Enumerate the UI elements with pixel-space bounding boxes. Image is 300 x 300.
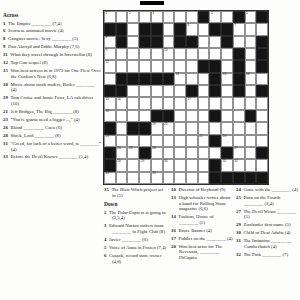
grid-cell[interactable]	[186, 73, 198, 85]
grid-cell[interactable]	[256, 110, 268, 122]
clue-text: Bruce Banner (4)	[177, 228, 212, 233]
cell-number: 27	[234, 147, 238, 151]
grid-cell[interactable]	[233, 36, 245, 48]
clue-item: 18 Movie about stock traders, Boiler ___…	[3, 82, 101, 93]
grid-cell[interactable]	[198, 172, 210, 184]
cell-number: 7	[234, 24, 236, 28]
clue-item: 33 Before the Devil Knows ________ (5,4)	[3, 154, 101, 160]
grid-cell[interactable]	[174, 172, 186, 184]
grid-cell[interactable]	[209, 147, 221, 159]
grid-cell[interactable]: 23	[221, 135, 233, 147]
black-cell	[163, 73, 175, 85]
grid-cell[interactable]	[245, 159, 257, 171]
grid-cell[interactable]	[163, 97, 175, 109]
clue-item: 28 Shrek, Lord ________ (8)	[3, 133, 101, 139]
clue-text: Edward Norton suffers from ________ in F…	[108, 223, 165, 234]
grid-cell[interactable]	[151, 60, 163, 72]
black-cell	[233, 172, 245, 184]
grid-cell[interactable]	[139, 135, 151, 147]
grid-cell[interactable]	[198, 48, 210, 60]
black-cell	[233, 85, 245, 97]
black-cell	[221, 23, 233, 35]
grid-cell[interactable]	[174, 135, 186, 147]
black-cell	[151, 23, 163, 35]
crossword-page: 1234567891011121314151617181920212223242…	[0, 0, 300, 300]
clue-item: 19 Tom Cruise and Jamie Foxx, LA cab dri…	[3, 95, 101, 106]
grid-cell[interactable]	[151, 48, 163, 60]
grid-cell[interactable]	[245, 60, 257, 72]
grid-cell[interactable]: 35	[151, 172, 163, 184]
grid-cell[interactable]	[221, 97, 233, 109]
grid-cell[interactable]: 33	[104, 172, 116, 184]
clue-text: "You're gonna need a bigger ...," (4)	[9, 117, 79, 122]
grid-cell[interactable]	[198, 97, 210, 109]
clue-text: Dan Akroyd and Eddie Murphy (7,6)	[7, 44, 79, 49]
clue-item: 4 Javier ________ (6)	[104, 237, 168, 243]
cell-number: 11	[106, 61, 109, 65]
grid-cell[interactable]: 21	[104, 135, 116, 147]
black-cell	[233, 11, 245, 23]
cell-number: 1	[106, 12, 108, 16]
grid-cell[interactable]	[139, 110, 151, 122]
clue-item: 31 The Imitation ________, Cumberbatch (…	[236, 238, 298, 249]
black-cell	[245, 172, 257, 184]
grid-cell[interactable]: 20	[163, 122, 175, 134]
cell-number: 17	[188, 98, 192, 102]
grid-cell[interactable]	[221, 85, 233, 97]
clue-text: Javier ________ (6)	[108, 237, 148, 242]
grid-cell[interactable]	[139, 60, 151, 72]
cell-number: 9	[106, 49, 108, 53]
down-clue-list-3: 24 Gone with the ________ (4)25 Born on …	[236, 187, 298, 257]
clue-text: Shrek, Lord ________ (8)	[9, 133, 60, 138]
black-cell	[104, 23, 116, 35]
grid-cell[interactable]: 11	[104, 60, 116, 72]
clue-item: 3 Edward Norton suffers from ________ in…	[104, 223, 168, 234]
grid-cell[interactable]	[127, 60, 139, 72]
grid-cell[interactable]	[256, 23, 268, 35]
grid-cell[interactable]	[174, 11, 186, 23]
clue-column-two: 35 The Blair Witch project set in (5) Do…	[104, 187, 168, 267]
grid-cell[interactable]	[174, 85, 186, 97]
grid-cell[interactable]	[174, 147, 186, 159]
black-cell	[127, 122, 139, 134]
black-cell	[209, 73, 221, 85]
clue-item: 8 Gangster movie; Sexy ________ (5)	[3, 36, 101, 42]
clue-text: Zoolander first name (5)	[242, 222, 290, 227]
clue-item: 12 Top Gun sequel (8)	[3, 60, 101, 66]
grid-cell[interactable]	[209, 36, 221, 48]
grid-cell[interactable]	[139, 85, 151, 97]
clue-item: 23 "You're gonna need a bigger ...," (4)	[3, 117, 101, 123]
cell-number: 31	[223, 160, 227, 164]
cell-number: 14	[246, 73, 250, 77]
black-cell	[116, 73, 128, 85]
grid-cell[interactable]	[151, 97, 163, 109]
black-cell	[139, 73, 151, 85]
cell-number: 28	[117, 160, 121, 164]
cell-number: 10	[164, 49, 168, 53]
grid-cell[interactable]	[221, 110, 233, 122]
grid-cell[interactable]	[209, 122, 221, 134]
grid-cell[interactable]	[209, 97, 221, 109]
grid-cell[interactable]: 13	[221, 73, 233, 85]
grid-cell[interactable]: 24	[116, 147, 128, 159]
grid-cell[interactable]: 30	[163, 159, 175, 171]
grid-cell[interactable]	[116, 122, 128, 134]
clue-item: 6 Scorsese animated movie (4)	[3, 28, 101, 34]
grid-cell[interactable]	[163, 147, 175, 159]
clue-text: Fashion, House of ________ (5)	[177, 214, 213, 225]
grid-cell[interactable]: 19	[151, 122, 163, 134]
clue-text: The Polar Express is going to (3,5,4)	[108, 210, 166, 221]
clue-text: Child of Deaf Adults (4)	[242, 230, 290, 235]
grid-cell[interactable]	[127, 110, 139, 122]
grid-cell[interactable]	[198, 159, 210, 171]
grid-cell[interactable]	[221, 122, 233, 134]
grid-cell[interactable]	[127, 23, 139, 35]
down-header: Down	[104, 201, 168, 207]
black-cell	[209, 159, 221, 171]
grid-cell[interactable]	[198, 85, 210, 97]
grid-cell[interactable]: 9	[104, 48, 116, 60]
grid-cell[interactable]	[174, 48, 186, 60]
clue-item: 1 The Empire ________ (7,4)	[3, 21, 101, 27]
cell-number: 16	[117, 98, 121, 102]
black-cell	[174, 23, 186, 35]
across-clues-column: Across 1 The Empire ________ (7,4)6 Scor…	[3, 12, 101, 162]
grid-cell[interactable]	[198, 36, 210, 48]
grid-cell[interactable]: 10	[163, 48, 175, 60]
grid-cell[interactable]	[221, 11, 233, 23]
grid-cell[interactable]	[127, 135, 139, 147]
grid-cell[interactable]	[116, 60, 128, 72]
black-cell	[233, 60, 245, 72]
black-cell	[256, 147, 268, 159]
clue-item: 21 Jeff Bridges, The Big ________ (8)	[3, 109, 101, 115]
grid-cell[interactable]	[127, 172, 139, 184]
grid-cell[interactable]	[116, 110, 128, 122]
black-cell	[209, 60, 221, 72]
grid-cell[interactable]	[186, 110, 198, 122]
grid-cell[interactable]	[245, 147, 257, 159]
black-cell	[139, 36, 151, 48]
grid-cell[interactable]: 18	[104, 110, 116, 122]
cell-number: 35	[152, 172, 156, 176]
grid-cell[interactable]	[233, 110, 245, 122]
clue-text: The Blair Witch project set in (5)	[110, 187, 163, 198]
clue-text: Scorsese animated movie (4)	[7, 28, 64, 33]
clue-text: The Pink ________ (7)	[242, 252, 288, 257]
grid-cell[interactable]	[127, 48, 139, 60]
clue-item: 27 The Devil Wears ________ (5)	[236, 209, 298, 220]
clue-text: "Greed, for lack of a better word, is __…	[9, 141, 101, 152]
clue-text: The Empire ________ (7,4)	[7, 21, 62, 26]
clue-item: 17 Fiddler on the ________ (4)	[171, 236, 233, 242]
grid-cell[interactable]	[233, 97, 245, 109]
black-cell	[116, 36, 128, 48]
grid-cell[interactable]	[186, 147, 198, 159]
clue-text: Born on the Fourth ________ (2,4)	[242, 195, 280, 206]
grid-cell[interactable]	[256, 122, 268, 134]
grid-cell[interactable]	[163, 60, 175, 72]
cell-number: 25	[129, 147, 133, 151]
grid-cell[interactable]: 26	[151, 147, 163, 159]
clue-item: 16 Bruce Banner (4)	[171, 228, 233, 234]
grid-cell[interactable]	[116, 11, 128, 23]
grid-cell[interactable]	[174, 97, 186, 109]
black-cell	[151, 36, 163, 48]
grid-cell[interactable]: 12	[174, 73, 186, 85]
grid-cell[interactable]	[151, 135, 163, 147]
clue-item: 13 High schooler writes about a band for…	[171, 195, 233, 212]
black-cell	[139, 23, 151, 35]
clue-column-four: 24 Gone with the ________ (4)25 Born on …	[236, 187, 298, 260]
clue-item: 26 Blood ________, Coen (6)	[3, 125, 101, 131]
cell-number: 26	[152, 147, 156, 151]
grid-cell[interactable]	[198, 73, 210, 85]
black-cell	[104, 159, 116, 171]
grid-cell[interactable]	[116, 172, 128, 184]
black-cell	[256, 11, 268, 23]
cell-number: 32	[234, 160, 238, 164]
clue-text: Director of Boyhood (9)	[177, 187, 225, 192]
grid-cell[interactable]	[186, 159, 198, 171]
grid-cell[interactable]: 28	[116, 159, 128, 171]
grid-cell[interactable]	[245, 122, 257, 134]
grid-cell[interactable]: 5	[245, 11, 257, 23]
grid-cell[interactable]: 32	[233, 159, 245, 171]
grid-cell[interactable]	[127, 36, 139, 48]
cell-number: 4	[211, 12, 213, 16]
black-cell	[209, 172, 221, 184]
grid-cell[interactable]: 7	[233, 23, 245, 35]
grid-cell[interactable]	[186, 11, 198, 23]
grid-cell[interactable]: 25	[127, 147, 139, 159]
grid-cell[interactable]: 17	[186, 97, 198, 109]
grid-cell[interactable]	[198, 147, 210, 159]
grid-cell[interactable]: 1	[104, 11, 116, 23]
grid-cell[interactable]: 29	[139, 159, 151, 171]
clue-text: The Imitation ________, Cumberbatch (4)	[242, 238, 291, 249]
clue-item: 15 Won best actress in in 1975 for One F…	[3, 68, 101, 79]
grid-cell[interactable]	[151, 159, 163, 171]
clue-text: Gone with the ________ (4)	[242, 187, 298, 192]
cell-number: 24	[117, 147, 121, 151]
clue-item: 25 Born on the Fourth ________ (2,4)	[236, 195, 298, 206]
grid-cell[interactable]	[174, 60, 186, 72]
grid-cell[interactable]	[127, 97, 139, 109]
grid-cell[interactable]	[221, 48, 233, 60]
grid-cell[interactable]	[163, 11, 175, 23]
across-tail-list: 35 The Blair Witch project set in (5)	[104, 187, 168, 198]
black-cell	[221, 36, 233, 48]
grid-cell[interactable]	[256, 73, 268, 85]
clue-text: Fiddler on the ________ (4)	[177, 236, 232, 241]
cell-number: 30	[164, 160, 168, 164]
black-cell	[233, 48, 245, 60]
grid-cell[interactable]	[139, 11, 151, 23]
clue-text: The Devil Wears ________ (5)	[242, 209, 296, 220]
grid-cell[interactable]	[256, 159, 268, 171]
clue-text: Jeff Bridges, The Big ________ (8)	[9, 109, 79, 114]
grid-cell[interactable]	[186, 122, 198, 134]
grid-cell[interactable]: 14	[245, 73, 257, 85]
clue-item: 9 Dan Akroyd and Eddie Murphy (7,6)	[3, 44, 101, 50]
down-clue-list-2: 10 Director of Boyhood (9)13 High school…	[171, 187, 233, 261]
clue-item: 32 The Pink ________ (7)	[236, 252, 298, 258]
grid-cell[interactable]	[245, 135, 257, 147]
clue-item: 30 Child of Deaf Adults (4)	[236, 230, 298, 236]
black-cell	[256, 172, 268, 184]
black-cell	[104, 147, 116, 159]
grid-cell[interactable]	[163, 135, 175, 147]
grid-cell[interactable]	[245, 48, 257, 60]
cell-number: 5	[246, 12, 248, 16]
black-cell	[209, 23, 221, 35]
clue-text: Blood ________, Coen (6)	[9, 125, 62, 130]
grid-cell[interactable]	[104, 73, 116, 85]
cell-number: 19	[152, 123, 156, 127]
black-cell	[139, 147, 151, 159]
grid-cell[interactable]: 2	[127, 11, 139, 23]
grid-cell[interactable]: 8	[104, 36, 116, 48]
grid-cell[interactable]	[139, 48, 151, 60]
clue-text: Voice of Anna in Frozen (7,4)	[108, 245, 166, 250]
cell-number: 12	[176, 73, 180, 77]
cell-number: 15	[106, 98, 110, 102]
black-cell	[104, 122, 116, 134]
clue-text: Before the Devil Knows ________ (5,4)	[9, 154, 88, 159]
black-cell	[151, 73, 163, 85]
clue-item: 6 Cusack, record store owner (4,8)	[104, 253, 168, 264]
grid-cell[interactable]	[116, 48, 128, 60]
header-bar	[140, 1, 164, 5]
clue-item: 35 The Blair Witch project set in (5)	[104, 187, 168, 198]
across-header: Across	[3, 12, 101, 18]
grid-cell[interactable]	[163, 23, 175, 35]
grid-cell[interactable]	[116, 135, 128, 147]
black-cell	[209, 85, 221, 97]
grid-cell[interactable]	[233, 122, 245, 134]
clue-item: 29 Zoolander first name (5)	[236, 222, 298, 228]
grid-cell[interactable]: 22	[198, 135, 210, 147]
grid-cell[interactable]	[127, 159, 139, 171]
grid-cell[interactable]	[198, 122, 210, 134]
grid-cell[interactable]	[209, 48, 221, 60]
cell-number: 20	[164, 123, 168, 127]
black-cell	[198, 60, 210, 72]
grid-cell[interactable]	[245, 36, 257, 48]
grid-cell[interactable]: 3	[151, 11, 163, 23]
black-cell	[256, 85, 268, 97]
grid-cell[interactable]	[163, 172, 175, 184]
grid-cell[interactable]	[198, 23, 210, 35]
cell-number: 2	[129, 12, 131, 16]
grid-cell[interactable]	[198, 110, 210, 122]
black-cell	[256, 60, 268, 72]
grid-cell[interactable]	[174, 110, 186, 122]
black-cell	[104, 85, 116, 97]
cell-number: 29	[141, 160, 145, 164]
clue-item: 11 What they travel through in Interstel…	[3, 52, 101, 58]
clue-text: Top Gun sequel (8)	[9, 60, 47, 65]
grid-cell[interactable]: 31	[221, 159, 233, 171]
grid-cell[interactable]	[186, 172, 198, 184]
clue-item: 31 "Greed, for lack of a better word, is…	[3, 141, 101, 152]
black-cell	[221, 147, 233, 159]
black-cell	[174, 36, 186, 48]
grid-cell[interactable]	[256, 97, 268, 109]
black-cell	[256, 48, 268, 60]
grid-cell[interactable]	[163, 36, 175, 48]
black-cell	[186, 85, 198, 97]
cell-number: 33	[106, 172, 110, 176]
grid-cell[interactable]: 6	[186, 23, 198, 35]
black-cell	[245, 110, 257, 122]
black-cell	[116, 85, 128, 97]
grid-cell[interactable]	[163, 85, 175, 97]
grid-cell[interactable]	[233, 135, 245, 147]
clue-item: 24 Gone with the ________ (4)	[236, 187, 298, 193]
black-cell	[186, 36, 198, 48]
grid-cell[interactable]	[221, 60, 233, 72]
grid-cell[interactable]	[245, 97, 257, 109]
down-clue-list-1: 2 The Polar Express is going to (3,5,4)3…	[104, 210, 168, 264]
grid-cell[interactable]	[139, 97, 151, 109]
black-cell	[151, 110, 163, 122]
grid-cell[interactable]	[139, 172, 151, 184]
grid-cell[interactable]: 4	[209, 11, 221, 23]
cell-number: 6	[188, 24, 190, 28]
across-clue-list: 1 The Empire ________ (7,4)6 Scorsese an…	[3, 21, 101, 161]
black-cell	[198, 11, 210, 23]
black-cell	[116, 23, 128, 35]
cell-number: 21	[106, 135, 110, 139]
grid-cell[interactable]	[174, 122, 186, 134]
black-cell	[209, 110, 221, 122]
black-cell	[127, 73, 139, 85]
cell-number: 13	[223, 73, 227, 77]
grid-cell[interactable]	[245, 85, 257, 97]
grid-cell[interactable]	[186, 48, 198, 60]
clue-item: 10 Director of Boyhood (9)	[171, 187, 233, 193]
clue-text: Won best actress in in 1975 for One Flew…	[9, 68, 100, 79]
grid-cell[interactable]	[186, 135, 198, 147]
grid-cell[interactable]: 16	[116, 97, 128, 109]
grid-cell[interactable]	[174, 159, 186, 171]
clue-text: High schooler writes about a band for Ro…	[177, 195, 230, 211]
grid-cell[interactable]	[245, 23, 257, 35]
clue-item: 20 Won best actor for The Revenant, ____…	[171, 244, 233, 261]
cell-number: 8	[106, 36, 108, 40]
clue-text: Tom Cruise and Jamie Foxx, LA cab driver…	[9, 95, 93, 106]
black-cell	[256, 36, 268, 48]
cell-number: 18	[106, 110, 110, 114]
grid-cell[interactable]	[256, 135, 268, 147]
clue-text: Cusack, record store owner (4,8)	[108, 253, 162, 264]
crossword-grid[interactable]: 1234567891011121314151617181920212223242…	[103, 10, 269, 185]
black-cell	[233, 73, 245, 85]
clue-text: Gangster movie; Sexy ________ (5)	[7, 36, 78, 41]
black-cell	[163, 110, 175, 122]
black-cell	[221, 172, 233, 184]
grid-cell[interactable]	[127, 85, 139, 97]
grid-cell[interactable]	[186, 60, 198, 72]
grid-cell[interactable]: 15	[104, 97, 116, 109]
grid-cell[interactable]	[151, 85, 163, 97]
grid-cell[interactable]: 27	[233, 147, 245, 159]
